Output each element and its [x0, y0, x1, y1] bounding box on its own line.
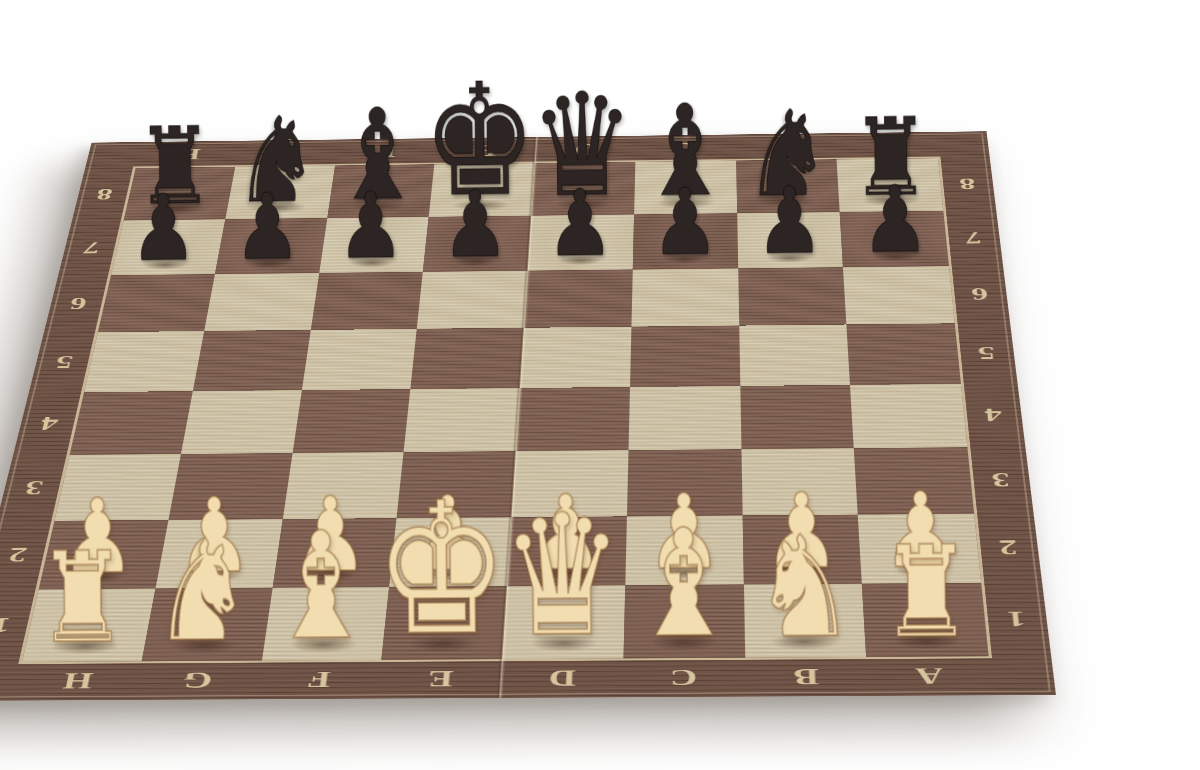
square-d5 [520, 327, 631, 388]
piece-shadow [645, 194, 726, 211]
square-g7: ♟ [215, 218, 327, 274]
piece-black-pawn-f7: ♟ [337, 184, 405, 269]
file-label-top-b: B [735, 133, 836, 160]
square-d4 [516, 387, 630, 451]
coordinate-text: D [548, 665, 576, 691]
piece-black-pawn-b7: ♟ [756, 179, 824, 264]
square-g6 [204, 273, 319, 331]
square-c4 [628, 386, 741, 450]
coordinate-text: 5 [53, 352, 75, 373]
coordinate-text: 4 [38, 412, 60, 434]
coordinate-text: B [793, 664, 819, 690]
file-label-bottom-f: F [256, 660, 382, 699]
square-b1: ♞ [743, 584, 866, 658]
square-h7: ♟ [111, 219, 225, 275]
coordinate-text: H [174, 145, 202, 163]
file-label-bottom-d: D [500, 659, 624, 698]
coordinate-text: F [306, 666, 332, 692]
rank-label-right-3: 3 [967, 447, 1033, 514]
file-label-top-g: G [235, 140, 338, 167]
piece-black-pawn-a7: ♟ [861, 177, 930, 262]
piece-shadow [747, 193, 828, 210]
piece-shadow [342, 256, 402, 270]
border-corner-top-right [935, 131, 989, 158]
coordinate-text: 8 [94, 185, 114, 203]
piece-black-pawn-h7: ♟ [130, 186, 197, 271]
coordinate-text: H [60, 668, 94, 694]
piece-shadow [338, 197, 420, 214]
square-f1: ♝ [261, 587, 389, 661]
square-e8: ♚ [429, 163, 535, 217]
square-c1: ♝ [623, 585, 744, 659]
piece-black-bishop-f8: ♝ [332, 98, 425, 214]
square-h6 [98, 274, 215, 332]
square-g4 [181, 390, 302, 454]
piece-black-pawn-d7: ♟ [546, 181, 614, 266]
square-b8: ♞ [736, 159, 840, 213]
rank-label-left-5: 5 [29, 332, 98, 392]
piece-shadow [655, 252, 714, 266]
piece-white-knight-g1: ♞ [151, 528, 253, 656]
coordinate-text: D [574, 140, 597, 158]
piece-shadow [543, 195, 624, 212]
file-label-bottom-b: B [745, 657, 869, 696]
square-a4 [850, 384, 967, 448]
piece-black-pawn-g7: ♟ [233, 185, 301, 270]
square-h8: ♜ [124, 167, 235, 221]
rank-label-left-6: 6 [44, 275, 111, 333]
piece-shadow [135, 200, 218, 217]
square-f5 [301, 329, 417, 390]
square-e6 [417, 270, 528, 329]
coordinate-text: 3 [22, 476, 45, 499]
piece-shadow [238, 257, 299, 271]
piece-shadow [440, 196, 521, 213]
piece-shadow [237, 199, 319, 216]
border-corner-top-left [85, 142, 142, 169]
square-c6 [631, 268, 739, 327]
chess-board: HGFEDCBA8♜♞♝♚♛♝♞♜87♟♟♟♟♟♟♟♟7665544332♟♟♟… [0, 131, 1056, 701]
coordinate-text: G [274, 144, 301, 162]
rank-label-left-8: 8 [72, 168, 136, 221]
coordinate-text: 3 [990, 468, 1010, 491]
coordinate-text: G [181, 667, 214, 693]
piece-white-rook-h1: ♜ [36, 541, 128, 656]
square-g5 [193, 330, 311, 391]
square-e7: ♟ [423, 216, 531, 272]
coordinate-text: 5 [976, 343, 995, 364]
piece-white-king-e1: ♚ [374, 486, 510, 655]
square-c5 [630, 326, 740, 387]
piece-black-knight-b8: ♞ [744, 100, 832, 210]
rank-label-right-6: 6 [949, 265, 1010, 323]
square-g1: ♞ [141, 588, 272, 661]
piece-black-queen-d8: ♛ [529, 80, 635, 212]
rank-label-right-7: 7 [943, 210, 1003, 266]
square-a6 [843, 266, 955, 325]
coordinate-text: 1 [0, 613, 12, 638]
board-grid: HGFEDCBA8♜♞♝♚♛♝♞♜87♟♟♟♟♟♟♟♟7665544332♟♟♟… [0, 131, 1056, 701]
piece-white-knight-b1: ♞ [753, 524, 857, 653]
piece-white-bishop-c1: ♝ [628, 516, 738, 653]
photo-scene: HGFEDCBA8♜♞♝♚♛♝♞♜87♟♟♟♟♟♟♟♟7665544332♟♟♟… [0, 0, 1200, 770]
piece-shadow [134, 258, 195, 272]
coordinate-text: 6 [67, 294, 88, 314]
coordinate-text: F [376, 143, 397, 161]
square-g8: ♞ [225, 165, 335, 219]
piece-black-rook-h8: ♜ [136, 118, 214, 216]
coordinate-text: 2 [997, 535, 1018, 559]
piece-shadow [446, 254, 506, 268]
piece-black-knight-g8: ♞ [233, 106, 320, 215]
coordinate-text: E [426, 666, 453, 692]
square-b7: ♟ [737, 212, 843, 268]
coordinate-text: 2 [6, 543, 30, 567]
file-label-top-h: H [136, 141, 240, 168]
piece-white-bishop-f1: ♝ [267, 519, 376, 655]
square-f6 [310, 272, 423, 330]
piece-black-pawn-c7: ♟ [651, 180, 719, 265]
rank-label-left-4: 4 [13, 392, 84, 455]
coordinate-text: A [874, 137, 898, 155]
file-label-top-c: C [635, 134, 736, 161]
square-d6 [524, 269, 633, 328]
coordinate-text: 4 [983, 404, 1003, 426]
piece-black-king-e8: ♚ [422, 69, 537, 213]
square-h5 [84, 331, 204, 392]
square-a1: ♜ [862, 583, 989, 657]
square-d8: ♛ [531, 162, 635, 216]
coordinate-text: 7 [81, 238, 101, 257]
file-label-top-d: D [535, 136, 636, 163]
coordinate-text: 8 [958, 175, 976, 193]
coordinate-text: E [475, 142, 497, 160]
piece-shadow [760, 251, 820, 265]
rank-label-right-1: 1 [981, 583, 1051, 657]
file-label-bottom-a: A [866, 656, 992, 696]
file-label-top-f: F [335, 138, 438, 165]
square-a7: ♟ [840, 211, 949, 267]
square-h1: ♜ [22, 589, 155, 662]
square-f7: ♟ [319, 217, 429, 273]
piece-shadow [850, 191, 932, 208]
square-d7: ♟ [528, 214, 634, 270]
square-e5 [411, 328, 524, 389]
piece-black-pawn-e7: ♟ [441, 182, 509, 267]
file-label-top-a: A [835, 132, 938, 159]
square-f4 [292, 389, 410, 453]
square-f8: ♝ [327, 164, 435, 218]
piece-black-bishop-c8: ♝ [638, 94, 731, 210]
rank-label-left-7: 7 [58, 220, 123, 275]
coordinate-text: B [775, 138, 796, 156]
rank-label-right-8: 8 [938, 157, 996, 210]
rank-label-right-5: 5 [955, 323, 1018, 384]
coordinate-text: A [914, 663, 944, 690]
file-label-bottom-e: E [377, 659, 502, 698]
square-b6 [738, 267, 847, 326]
file-label-bottom-c: C [622, 658, 745, 697]
square-e1: ♚ [382, 586, 507, 660]
square-e4 [404, 388, 520, 452]
square-c7: ♟ [633, 213, 738, 269]
coordinate-text: 6 [970, 284, 989, 304]
border-corner-bottom-right [989, 656, 1056, 695]
square-a8: ♜ [837, 158, 944, 212]
square-c8: ♝ [634, 161, 737, 215]
file-label-bottom-h: H [13, 661, 141, 700]
coordinate-text: 7 [964, 228, 982, 247]
rank-label-right-4: 4 [961, 383, 1025, 447]
square-h4 [70, 391, 193, 455]
camera-roll-wrapper: HGFEDCBA8♜♞♝♚♛♝♞♜87♟♟♟♟♟♟♟♟7665544332♟♟♟… [0, 0, 1200, 770]
coordinate-text: C [674, 139, 696, 157]
square-d1: ♛ [502, 586, 625, 660]
square-a5 [847, 324, 961, 385]
coordinate-text: 1 [1005, 606, 1027, 631]
file-label-bottom-g: G [134, 661, 261, 700]
piece-white-queen-d1: ♛ [500, 499, 624, 654]
coordinate-text: C [670, 664, 697, 690]
square-b4 [740, 385, 854, 449]
piece-white-rook-a1: ♜ [879, 535, 973, 652]
square-b5 [739, 325, 850, 386]
piece-black-rook-a8: ♜ [851, 109, 931, 208]
rank-label-right-2: 2 [974, 513, 1042, 583]
piece-shadow [865, 250, 926, 264]
piece-shadow [551, 253, 611, 267]
file-label-top-e: E [435, 137, 537, 164]
